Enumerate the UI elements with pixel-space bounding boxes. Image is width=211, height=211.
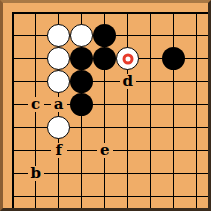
last-move-circle-marker: [122, 53, 133, 64]
white-stone: [70, 24, 93, 47]
point-label-c: c: [28, 97, 44, 112]
grid-line-vertical: [173, 12, 174, 208]
white-stone: [47, 47, 70, 70]
point-label-a: a: [51, 97, 67, 112]
white-stone: [47, 116, 70, 139]
marked-white-stone: [116, 47, 139, 70]
grid-line-vertical: [196, 12, 197, 208]
black-stone: [93, 47, 116, 70]
point-label-e: e: [97, 143, 113, 158]
black-stone: [162, 47, 185, 70]
point-label-d: d: [120, 74, 136, 89]
black-stone: [70, 93, 93, 116]
white-stone: [47, 24, 70, 47]
board-edge-line-horizontal: [12, 12, 208, 14]
grid-line-vertical: [127, 12, 128, 208]
go-diagram: abcdef: [0, 0, 211, 211]
point-label-b: b: [28, 166, 44, 181]
grid-line-vertical: [150, 12, 151, 208]
grid-line-horizontal: [12, 127, 208, 128]
grid-line-horizontal: [12, 81, 208, 82]
black-stone: [70, 70, 93, 93]
grid-line-horizontal: [12, 196, 208, 197]
black-stone: [70, 47, 93, 70]
black-stone: [93, 24, 116, 47]
board-edge-line-vertical: [12, 12, 14, 208]
point-label-f: f: [51, 143, 67, 158]
white-stone: [47, 70, 70, 93]
